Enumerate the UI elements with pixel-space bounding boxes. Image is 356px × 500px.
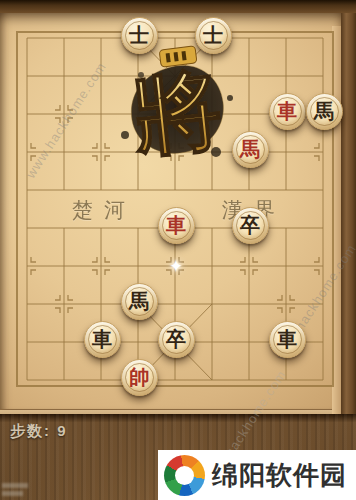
piece-character: 卒 bbox=[166, 329, 186, 349]
piece-character: 車 bbox=[277, 101, 297, 121]
piece-character: 車 bbox=[277, 329, 297, 349]
piece-character: 卒 bbox=[240, 215, 260, 235]
piece-character: 車 bbox=[92, 329, 112, 349]
sparkle-effect-icon: ✦ bbox=[169, 256, 183, 276]
piece-black-車[interactable]: 車 bbox=[269, 321, 306, 358]
piece-character: 帥 bbox=[129, 367, 149, 387]
piece-red-車[interactable]: 車 bbox=[269, 93, 306, 130]
piece-black-車[interactable]: 車 bbox=[84, 321, 121, 358]
piece-character: 馬 bbox=[314, 101, 334, 121]
piece-red-馬[interactable]: 馬 bbox=[232, 131, 269, 168]
step-counter: 步数: 9 bbox=[10, 422, 68, 441]
piece-red-帥[interactable]: 帥 bbox=[121, 359, 158, 396]
piece-character: 士 bbox=[129, 25, 149, 45]
corner-small-text-blur bbox=[2, 491, 23, 496]
piece-black-馬[interactable]: 馬 bbox=[306, 93, 343, 130]
piece-black-卒[interactable]: 卒 bbox=[232, 207, 269, 244]
site-logo-icon bbox=[164, 455, 205, 496]
site-name: 绵阳软件园 bbox=[212, 458, 347, 493]
piece-black-馬[interactable]: 馬 bbox=[121, 283, 158, 320]
piece-black-士[interactable]: 士 bbox=[195, 17, 232, 54]
wood-frame-top bbox=[0, 0, 356, 13]
piece-character: 馬 bbox=[129, 291, 149, 311]
ad-banner[interactable]: 绵阳软件园 bbox=[158, 450, 356, 500]
corner-small-text-blur bbox=[2, 483, 28, 488]
piece-character: 士 bbox=[203, 25, 223, 45]
piece-character: 車 bbox=[166, 215, 186, 235]
piece-red-車[interactable]: 車 bbox=[158, 207, 195, 244]
river-label-chuhe: 楚河 bbox=[72, 196, 136, 224]
piece-black-士[interactable]: 士 bbox=[121, 17, 158, 54]
piece-character: 馬 bbox=[240, 139, 260, 159]
piece-black-卒[interactable]: 卒 bbox=[158, 321, 195, 358]
